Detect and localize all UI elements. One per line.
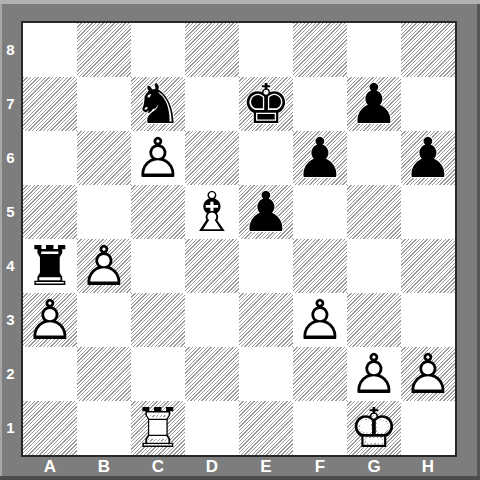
square-d8[interactable] (185, 23, 239, 77)
frame-bevel-left (0, 4, 2, 476)
rank-label-6: 6 (0, 149, 21, 167)
square-b3[interactable] (77, 293, 131, 347)
piece-white-bishop[interactable]: ♗ (185, 185, 239, 239)
square-e8[interactable] (239, 23, 293, 77)
square-h1[interactable] (401, 401, 455, 455)
square-g8[interactable] (347, 23, 401, 77)
piece-white-pawn[interactable]: ♙ (293, 293, 347, 347)
piece-black-king[interactable]: ♚ (239, 77, 293, 131)
square-d7[interactable] (185, 77, 239, 131)
square-e3[interactable] (239, 293, 293, 347)
rank-label-4: 4 (0, 257, 21, 275)
square-g3[interactable] (347, 293, 401, 347)
piece-white-rook[interactable]: ♖ (131, 401, 185, 455)
rank-label-5: 5 (0, 203, 21, 221)
piece-black-pawn[interactable]: ♟ (401, 131, 455, 185)
square-d6[interactable] (185, 131, 239, 185)
square-g5[interactable] (347, 185, 401, 239)
square-f7[interactable] (293, 77, 347, 131)
frame-bevel-top (0, 0, 480, 4)
square-e7[interactable]: ♚ (239, 77, 293, 131)
square-b2[interactable] (77, 347, 131, 401)
rank-label-2: 2 (0, 365, 21, 383)
square-a4[interactable]: ♜ (23, 239, 77, 293)
square-f4[interactable] (293, 239, 347, 293)
chess-board: ♞♚♟♟♙♟♟♝♗♟♜♟♙♟♙♟♙♟♙♟♙♜♖♚♔ (21, 21, 457, 457)
square-d1[interactable] (185, 401, 239, 455)
square-g4[interactable] (347, 239, 401, 293)
square-h2[interactable]: ♟♙ (401, 347, 455, 401)
square-c1[interactable]: ♜♖ (131, 401, 185, 455)
square-g6[interactable] (347, 131, 401, 185)
square-c2[interactable] (131, 347, 185, 401)
piece-black-rook[interactable]: ♜ (23, 239, 77, 293)
file-label-D: D (185, 456, 239, 478)
square-b6[interactable] (77, 131, 131, 185)
piece-white-pawn[interactable]: ♙ (347, 347, 401, 401)
square-d3[interactable] (185, 293, 239, 347)
square-h6[interactable]: ♟ (401, 131, 455, 185)
square-f5[interactable] (293, 185, 347, 239)
square-h3[interactable] (401, 293, 455, 347)
file-label-B: B (77, 456, 131, 478)
square-c3[interactable] (131, 293, 185, 347)
piece-white-king[interactable]: ♔ (347, 401, 401, 455)
square-d4[interactable] (185, 239, 239, 293)
rank-label-8: 8 (0, 41, 21, 59)
square-e1[interactable] (239, 401, 293, 455)
square-c6[interactable]: ♟♙ (131, 131, 185, 185)
file-label-G: G (347, 456, 401, 478)
piece-white-pawn[interactable]: ♙ (23, 293, 77, 347)
square-g2[interactable]: ♟♙ (347, 347, 401, 401)
square-c5[interactable] (131, 185, 185, 239)
piece-black-pawn[interactable]: ♟ (347, 77, 401, 131)
square-c7[interactable]: ♞ (131, 77, 185, 131)
file-label-A: A (23, 456, 77, 478)
rank-label-1: 1 (0, 419, 21, 437)
square-d5[interactable]: ♝♗ (185, 185, 239, 239)
square-a8[interactable] (23, 23, 77, 77)
rank-label-7: 7 (0, 95, 21, 113)
piece-black-knight[interactable]: ♞ (131, 77, 185, 131)
piece-white-pawn[interactable]: ♙ (77, 239, 131, 293)
square-c4[interactable] (131, 239, 185, 293)
square-f8[interactable] (293, 23, 347, 77)
square-h4[interactable] (401, 239, 455, 293)
square-b1[interactable] (77, 401, 131, 455)
square-f1[interactable] (293, 401, 347, 455)
square-a1[interactable] (23, 401, 77, 455)
file-label-H: H (401, 456, 455, 478)
square-a5[interactable] (23, 185, 77, 239)
square-e4[interactable] (239, 239, 293, 293)
square-e5[interactable]: ♟ (239, 185, 293, 239)
square-e2[interactable] (239, 347, 293, 401)
square-f6[interactable]: ♟ (293, 131, 347, 185)
piece-white-pawn[interactable]: ♙ (401, 347, 455, 401)
rank-label-3: 3 (0, 311, 21, 329)
square-a3[interactable]: ♟♙ (23, 293, 77, 347)
piece-black-pawn[interactable]: ♟ (239, 185, 293, 239)
square-f3[interactable]: ♟♙ (293, 293, 347, 347)
square-b5[interactable] (77, 185, 131, 239)
square-f2[interactable] (293, 347, 347, 401)
square-h5[interactable] (401, 185, 455, 239)
square-a2[interactable] (23, 347, 77, 401)
square-h7[interactable] (401, 77, 455, 131)
square-g1[interactable]: ♚♔ (347, 401, 401, 455)
square-b4[interactable]: ♟♙ (77, 239, 131, 293)
square-b7[interactable] (77, 77, 131, 131)
file-label-E: E (239, 456, 293, 478)
square-e6[interactable] (239, 131, 293, 185)
piece-white-pawn[interactable]: ♙ (131, 131, 185, 185)
square-d2[interactable] (185, 347, 239, 401)
square-c8[interactable] (131, 23, 185, 77)
file-label-F: F (293, 456, 347, 478)
piece-black-pawn[interactable]: ♟ (293, 131, 347, 185)
square-h8[interactable] (401, 23, 455, 77)
square-a6[interactable] (23, 131, 77, 185)
square-a7[interactable] (23, 77, 77, 131)
square-b8[interactable] (77, 23, 131, 77)
square-g7[interactable]: ♟ (347, 77, 401, 131)
file-label-C: C (131, 456, 185, 478)
